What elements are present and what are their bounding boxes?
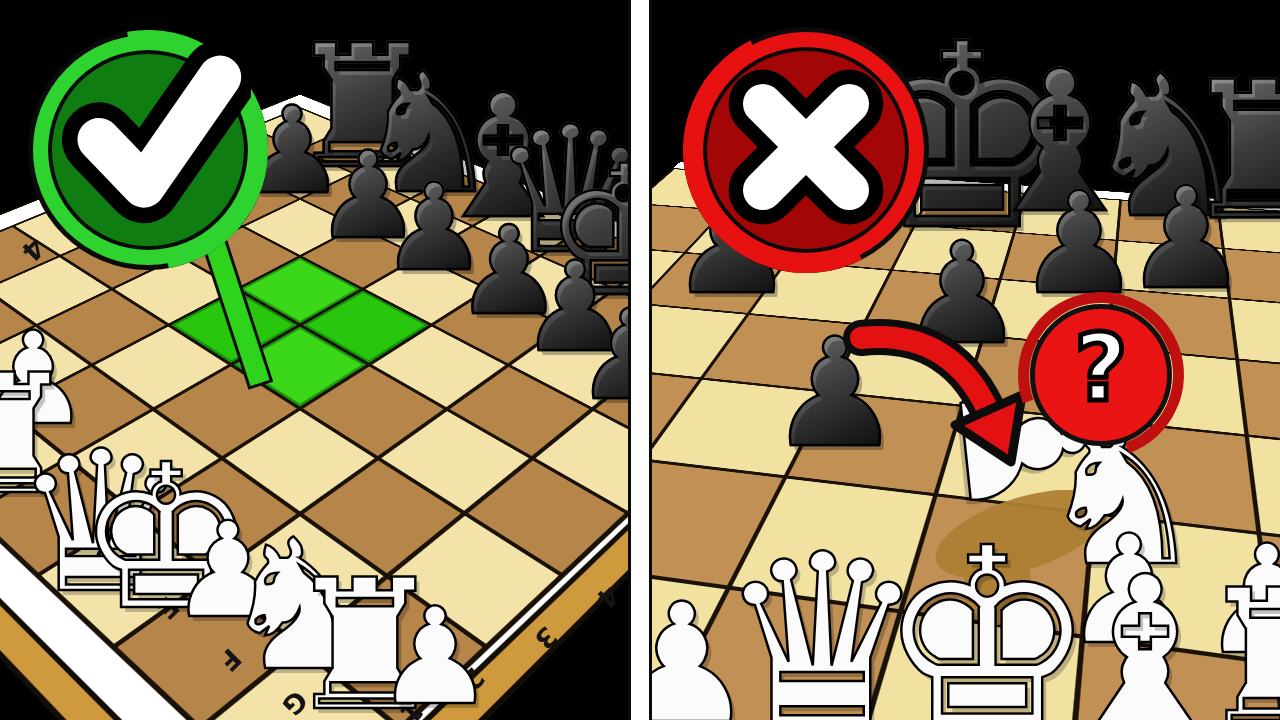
checkmark-icon <box>56 38 251 233</box>
question-mark: ? <box>1074 315 1127 422</box>
piece-black-pawn: ♟ <box>1123 169 1249 309</box>
question-badge: ? <box>1030 304 1172 446</box>
panel-divider <box>628 0 652 720</box>
piece-white-rook: ♜ <box>1195 565 1280 720</box>
wrong-move-panel: ♚♝♞♜♟♟♟♟♟♞♟♟♝♜♟♛♚♟ ? <box>646 0 1280 720</box>
piece-white-pawn: ♟ <box>375 590 495 720</box>
correct-move-panel: 4DEFG4321 ♜♟♞♝♟♛♟♚♟♟♟♟♜♛♚♟♞♜♟ <box>0 0 628 720</box>
checkmark-badge <box>33 35 263 265</box>
cross-icon <box>716 57 896 237</box>
illustration-stage: 4DEFG4321 ♜♟♞♝♟♛♟♚♟♟♟♟♜♛♚♟♞♜♟ ♚♝♞♜♟♟♟♟♟♞… <box>0 0 1280 720</box>
cross-badge <box>688 32 924 268</box>
board-square <box>1239 361 1280 450</box>
piece-black-pawn: ♟ <box>574 293 628 417</box>
piece-white-king: ♚ <box>877 516 1097 720</box>
